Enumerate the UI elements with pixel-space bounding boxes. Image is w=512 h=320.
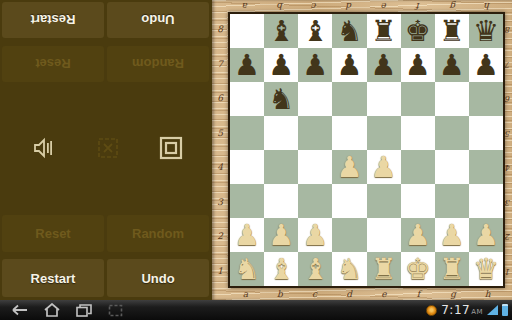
square-f8[interactable]: ♚ [401,14,435,48]
nav-buttons [10,303,123,317]
white-pawn: ♟ [268,221,294,250]
square-h1[interactable]: ♛ [469,252,503,286]
square-b4[interactable] [264,150,298,184]
square-a1[interactable]: ♞ [230,252,264,286]
white-pawn: ♟ [439,221,465,250]
square-e5[interactable] [367,116,401,150]
white-bishop: ♝ [302,255,328,284]
coord-label: 7 [212,47,228,82]
square-h7[interactable]: ♟ [469,48,503,82]
coord-label: a [228,0,263,12]
square-g7[interactable]: ♟ [435,48,469,82]
black-queen: ♛ [473,17,499,46]
square-c3[interactable] [298,184,332,218]
coord-label: 4 [212,150,228,185]
square-f1[interactable]: ♚ [401,252,435,286]
white-king: ♚ [405,255,431,284]
black-pawn: ♟ [302,51,328,80]
recent-apps-icon[interactable] [76,304,92,317]
square-d8[interactable]: ♞ [332,14,366,48]
square-h5[interactable] [469,116,503,150]
coord-label: e [367,0,402,12]
coord-label: 8 [504,12,512,47]
white-pawn: ♟ [405,221,431,250]
speaker-icon[interactable] [31,135,57,161]
square-e6[interactable] [367,82,401,116]
square-in-square-icon[interactable] [158,135,184,161]
file-labels-bottom: abcdefgh [228,288,505,300]
undo-button-top-rotated[interactable]: Undo [107,2,209,38]
black-rook: ♜ [371,17,397,46]
coord-label: f [401,0,436,12]
square-h6[interactable] [469,82,503,116]
reset-button[interactable]: Reset [2,215,104,252]
square-b2[interactable]: ♟ [264,218,298,252]
coord-label: b [263,288,298,300]
back-icon[interactable] [10,304,28,316]
white-queen: ♛ [473,255,499,284]
square-f6[interactable] [401,82,435,116]
chess-board: ♝♝♞♜♚♜♛♟♟♟♟♟♟♟♟♞♟♟♟♟♟♟♟♟♞♝♝♞♜♚♜♛ [228,12,505,288]
square-a2[interactable]: ♟ [230,218,264,252]
square-f5[interactable] [401,116,435,150]
square-d5[interactable] [332,116,366,150]
coord-label: g [436,288,471,300]
white-pawn: ♟ [371,153,397,182]
square-c2[interactable]: ♟ [298,218,332,252]
square-e2[interactable] [367,218,401,252]
square-a7[interactable]: ♟ [230,48,264,82]
square-c4[interactable] [298,150,332,184]
white-knight: ♞ [234,255,260,284]
square-c8[interactable]: ♝ [298,14,332,48]
black-bishop: ♝ [302,17,328,46]
coord-label: 1 [504,254,512,289]
coord-label: g [436,0,471,12]
square-d1[interactable]: ♞ [332,252,366,286]
square-f2[interactable]: ♟ [401,218,435,252]
battery-icon [502,304,508,316]
square-h4[interactable] [469,150,503,184]
square-c6[interactable] [298,82,332,116]
file-labels-top-rotated: abcdefgh [228,0,505,12]
square-a5[interactable] [230,116,264,150]
white-rook: ♜ [439,255,465,284]
coord-label: 7 [504,47,512,82]
coord-label: 1 [212,254,228,289]
square-g4[interactable] [435,150,469,184]
rank-labels-left: 87654321 [212,12,228,288]
undo-button[interactable]: Undo [107,259,209,297]
black-knight: ♞ [268,85,294,114]
black-pawn: ♟ [439,51,465,80]
square-h3[interactable] [469,184,503,218]
square-b6[interactable]: ♞ [264,82,298,116]
square-h8[interactable]: ♛ [469,14,503,48]
square-b3[interactable] [264,184,298,218]
square-d7[interactable]: ♟ [332,48,366,82]
square-f3[interactable] [401,184,435,218]
wifi-icon [487,305,498,315]
square-a4[interactable] [230,150,264,184]
random-button[interactable]: Random [107,215,209,252]
coord-label: h [470,0,505,12]
coord-label: 3 [504,185,512,220]
clock: 7:17AM [441,303,483,317]
rank-labels-right-rotated: 87654321 [504,12,512,288]
coord-label: b [263,0,298,12]
square-e8[interactable]: ♜ [367,14,401,48]
notification-icon [426,305,437,316]
coord-label: 2 [504,219,512,254]
coord-label: d [332,0,367,12]
square-e7[interactable]: ♟ [367,48,401,82]
square-g5[interactable] [435,116,469,150]
square-f7[interactable]: ♟ [401,48,435,82]
square-b5[interactable] [264,116,298,150]
coord-label: h [470,288,505,300]
black-rook: ♜ [439,17,465,46]
coord-label: 2 [212,219,228,254]
coord-label: 6 [504,81,512,116]
black-pawn: ♟ [268,51,294,80]
square-a3[interactable] [230,184,264,218]
white-pawn: ♟ [473,221,499,250]
random-button-top-rotated[interactable]: Random [107,46,209,82]
square-f4[interactable] [401,150,435,184]
coord-label: c [297,288,332,300]
coord-label: 3 [212,185,228,220]
coord-label: e [367,288,402,300]
white-bishop: ♝ [268,255,294,284]
square-e4[interactable]: ♟ [367,150,401,184]
restart-button[interactable]: Restart [2,259,104,297]
coord-label: d [332,288,367,300]
black-pawn: ♟ [371,51,397,80]
coord-label: a [228,288,263,300]
square-e1[interactable]: ♜ [367,252,401,286]
square-d3[interactable] [332,184,366,218]
square-e3[interactable] [367,184,401,218]
app-screen: Restart Undo Reset Random Reset Random [0,0,512,320]
square-c1[interactable]: ♝ [298,252,332,286]
square-g2[interactable]: ♟ [435,218,469,252]
screenshot-icon[interactable] [108,304,123,317]
system-bar: 7:17AM [0,300,512,320]
coord-label: 4 [504,150,512,185]
home-icon[interactable] [44,303,60,317]
x-square-icon[interactable] [95,135,121,161]
coord-label: f [401,288,436,300]
square-b7[interactable]: ♟ [264,48,298,82]
meridiem: AM [471,308,483,316]
square-g3[interactable] [435,184,469,218]
status-area[interactable]: 7:17AM [426,300,508,320]
square-b8[interactable]: ♝ [264,14,298,48]
square-g6[interactable] [435,82,469,116]
restart-button-top-rotated[interactable]: Restart [2,2,104,38]
black-pawn: ♟ [473,51,499,80]
white-pawn: ♟ [302,221,328,250]
white-rook: ♜ [371,255,397,284]
square-d4[interactable]: ♟ [332,150,366,184]
white-knight: ♞ [336,255,362,284]
white-pawn: ♟ [234,221,260,250]
square-a6[interactable] [230,82,264,116]
square-g8[interactable]: ♜ [435,14,469,48]
black-pawn: ♟ [405,51,431,80]
square-d6[interactable] [332,82,366,116]
square-h2[interactable]: ♟ [469,218,503,252]
coord-label: 8 [212,12,228,47]
white-pawn: ♟ [336,153,362,182]
coord-label: 6 [212,81,228,116]
control-panel: Restart Undo Reset Random Reset Random [0,0,212,300]
black-bishop: ♝ [268,17,294,46]
black-king: ♚ [405,17,431,46]
board-frame: abcdefgh abcdefgh 87654321 87654321 ♝♝♞♜… [212,0,512,300]
square-c7[interactable]: ♟ [298,48,332,82]
coord-label: 5 [504,116,512,151]
square-g1[interactable]: ♜ [435,252,469,286]
square-a8[interactable] [230,14,264,48]
black-pawn: ♟ [336,51,362,80]
square-d2[interactable] [332,218,366,252]
coord-label: c [297,0,332,12]
black-pawn: ♟ [234,51,260,80]
square-c5[interactable] [298,116,332,150]
black-knight: ♞ [336,17,362,46]
reset-button-top-rotated[interactable]: Reset [2,46,104,82]
coord-label: 5 [212,116,228,151]
square-b1[interactable]: ♝ [264,252,298,286]
